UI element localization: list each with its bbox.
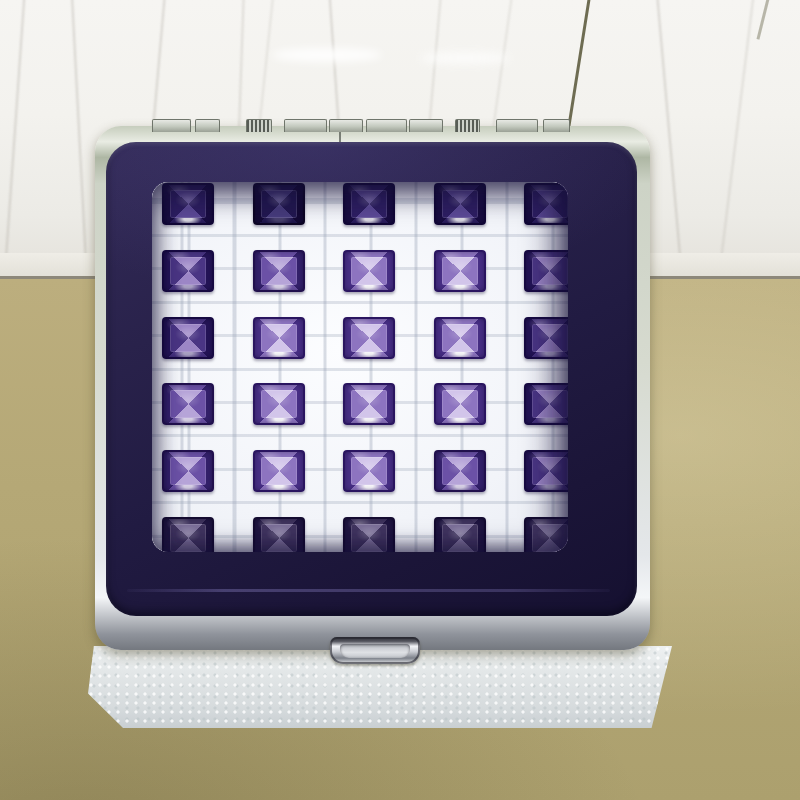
gem: [343, 317, 395, 359]
gem: [253, 250, 305, 292]
gem-tray-grid: [152, 182, 568, 552]
gem: [253, 517, 305, 552]
gem: [434, 383, 486, 425]
box-clasp: [330, 637, 420, 664]
gem-display-box: [95, 126, 650, 650]
hinge-tab: [496, 119, 538, 132]
gem: [162, 183, 214, 225]
marble-vein: [70, 0, 88, 253]
hinge-tab: [409, 119, 443, 132]
hinge-tab: [284, 119, 327, 132]
glass-window: [152, 182, 568, 552]
gem: [162, 383, 214, 425]
gem: [524, 317, 568, 359]
gem: [524, 250, 568, 292]
gem: [253, 317, 305, 359]
hinge-tab: [366, 119, 407, 132]
hinge-tab: [152, 119, 191, 132]
tile-reflection: [420, 52, 510, 64]
gem: [253, 450, 305, 492]
gem: [434, 517, 486, 552]
gem: [162, 317, 214, 359]
gem: [162, 517, 214, 552]
gem: [343, 450, 395, 492]
hinge-tab: [543, 119, 570, 132]
gem: [434, 450, 486, 492]
gem: [253, 383, 305, 425]
gem: [162, 450, 214, 492]
marble-vein: [655, 0, 683, 253]
hinge-tab: [195, 119, 220, 132]
tile-reflection: [272, 48, 382, 62]
gem: [343, 517, 395, 552]
marble-vein: [4, 0, 27, 253]
gem: [434, 317, 486, 359]
hinge-knurl: [246, 119, 272, 132]
gem: [524, 383, 568, 425]
gem: [253, 183, 305, 225]
gem: [343, 383, 395, 425]
gem: [434, 250, 486, 292]
gem: [434, 183, 486, 225]
hinge-knurl: [455, 119, 480, 132]
gem: [524, 517, 568, 552]
gem: [343, 183, 395, 225]
gem: [343, 250, 395, 292]
gem: [162, 250, 214, 292]
gem: [524, 183, 568, 225]
photo-scene: [0, 0, 800, 800]
leather-lid-pad: [106, 142, 637, 616]
gem: [524, 450, 568, 492]
marble-vein: [718, 0, 757, 253]
hinge-tab: [329, 119, 363, 132]
tile-grout-line: [756, 0, 770, 40]
